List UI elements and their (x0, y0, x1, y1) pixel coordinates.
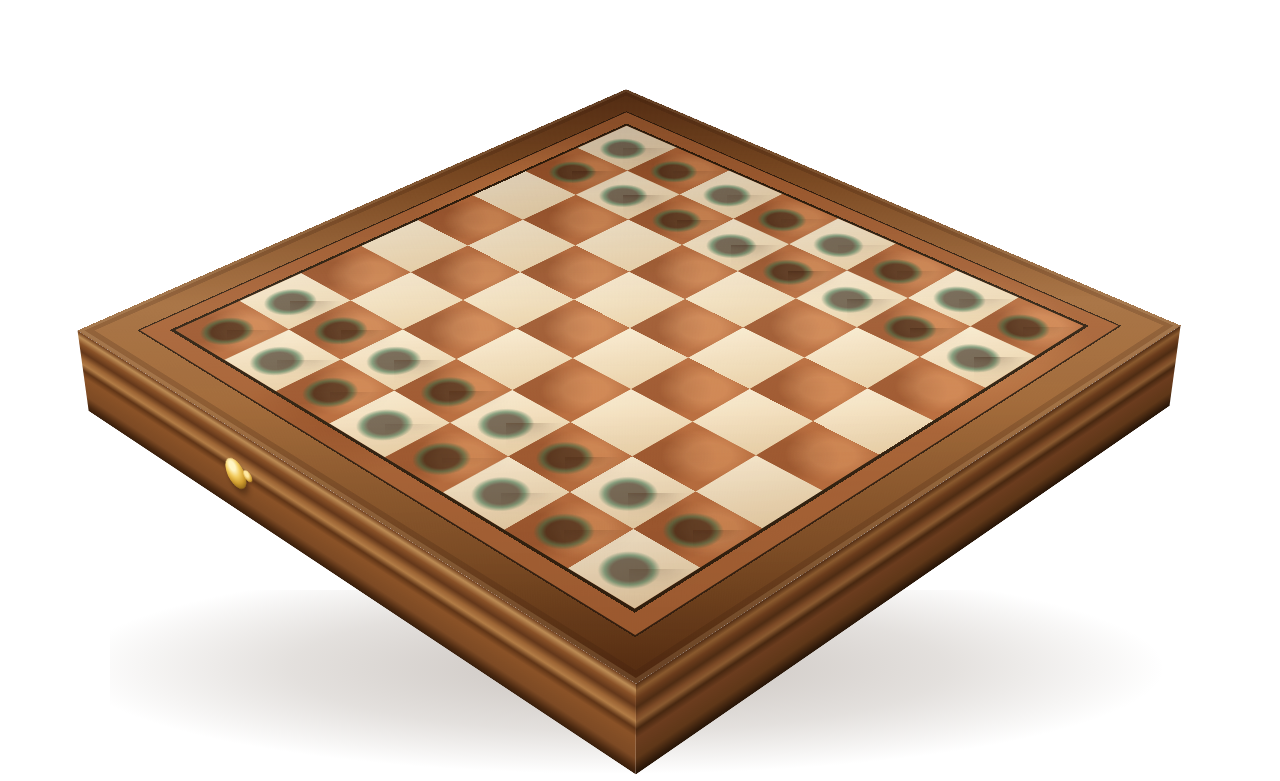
white-background: ♜♞♝♛♚♝♞♜♟♟♟♟♟♟♟♟♟♟♟♟♟♟♟♟♜♞♝♛♚♝♞♜ (0, 0, 1280, 781)
black-pawn[interactable]: ♟ (757, 206, 821, 277)
walnut-chess-case: ♜♞♝♛♚♝♞♜♟♟♟♟♟♟♟♟♟♟♟♟♟♟♟♟♜♞♝♛♚♝♞♜ (78, 89, 1181, 683)
board-burl-border: ♜♞♝♛♚♝♞♜♟♟♟♟♟♟♟♟♟♟♟♟♟♟♟♟♜♞♝♛♚♝♞♜ (137, 111, 1121, 637)
scene: ♜♞♝♛♚♝♞♜♟♟♟♟♟♟♟♟♟♟♟♟♟♟♟♟♜♞♝♛♚♝♞♜ (0, 0, 1280, 781)
black-pawn[interactable]: ♟ (815, 232, 880, 305)
drawer-knob[interactable] (224, 453, 248, 494)
white-rook[interactable]: ♜ (583, 473, 675, 576)
black-pawn[interactable]: ♟ (876, 259, 942, 333)
black-pawn[interactable]: ♟ (646, 156, 707, 225)
black-pawn[interactable]: ♟ (940, 288, 1008, 364)
black-pawn[interactable]: ♟ (700, 181, 763, 251)
black-pawn[interactable]: ♟ (593, 133, 653, 200)
board-walnut-frame: ♜♞♝♛♚♝♞♜♟♟♟♟♟♟♟♟♟♟♟♟♟♟♟♟♜♞♝♛♚♝♞♜ (78, 89, 1181, 683)
